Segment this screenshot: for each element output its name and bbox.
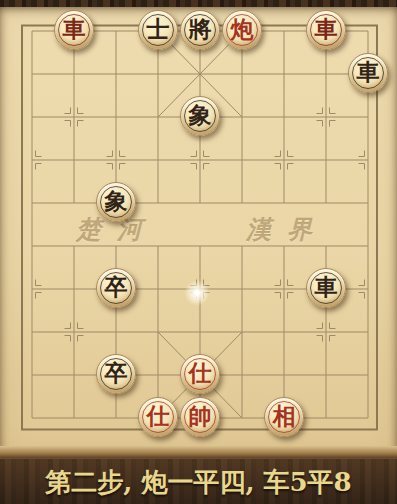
piece-character: 象: [105, 190, 128, 213]
piece-black-chariot[interactable]: 車: [306, 268, 346, 308]
piece-red-general[interactable]: 帥: [180, 397, 220, 437]
piece-red-advisor[interactable]: 仕: [180, 354, 220, 394]
piece-character: 相: [273, 405, 296, 428]
move-instruction-text: 第二步, 炮一平四, 车5平8: [45, 465, 351, 500]
board-grid: [0, 0, 397, 464]
piece-character: 卒: [105, 276, 128, 299]
piece-character: 卒: [105, 362, 128, 385]
piece-character: 帥: [189, 405, 212, 428]
piece-red-chariot[interactable]: 車: [306, 10, 346, 50]
piece-black-elephant[interactable]: 象: [96, 182, 136, 222]
piece-character: 車: [63, 18, 86, 41]
piece-character: 士: [147, 18, 170, 41]
piece-black-general[interactable]: 將: [180, 10, 220, 50]
piece-red-chariot[interactable]: 車: [54, 10, 94, 50]
piece-black-elephant[interactable]: 象: [180, 96, 220, 136]
piece-character: 仕: [147, 405, 170, 428]
piece-character: 炮: [231, 18, 254, 41]
last-move-marker: ✦: [184, 280, 210, 306]
piece-black-pawn[interactable]: 卒: [96, 354, 136, 394]
piece-black-pawn[interactable]: 卒: [96, 268, 136, 308]
piece-character: 象: [189, 104, 212, 127]
piece-red-cannon[interactable]: 炮: [222, 10, 262, 50]
piece-character: 將: [189, 18, 212, 41]
piece-black-advisor[interactable]: 士: [138, 10, 178, 50]
piece-red-elephant[interactable]: 相: [264, 397, 304, 437]
caption-bar: 第二步, 炮一平四, 车5平8: [0, 458, 397, 504]
piece-character: 車: [357, 61, 380, 84]
river-label-right: 漢界: [246, 213, 328, 246]
piece-character: 仕: [189, 362, 212, 385]
piece-black-chariot[interactable]: 車: [348, 53, 388, 93]
piece-character: 車: [315, 276, 338, 299]
piece-character: 車: [315, 18, 338, 41]
piece-red-advisor[interactable]: 仕: [138, 397, 178, 437]
